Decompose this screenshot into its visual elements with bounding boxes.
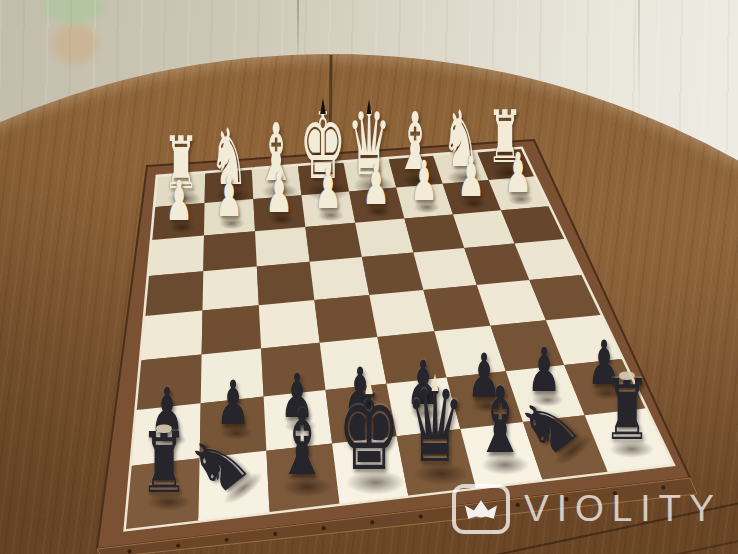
square-g8 — [198, 451, 269, 521]
frame-hole — [225, 538, 229, 542]
square-e7 — [326, 384, 397, 444]
square-e5 — [314, 295, 377, 343]
square-d5 — [369, 290, 434, 337]
crown-icon — [452, 484, 510, 534]
square-h8 — [126, 458, 200, 529]
square-e2 — [302, 191, 356, 227]
watermark-text: VIOLITY — [524, 488, 722, 530]
frame-hole — [419, 514, 423, 518]
square-e3 — [305, 223, 362, 262]
square-d1 — [344, 159, 397, 191]
square-h2 — [152, 203, 204, 240]
square-e4 — [310, 257, 370, 300]
square-c1 — [389, 156, 443, 188]
chessboard — [0, 0, 738, 554]
square-h1 — [155, 173, 205, 207]
square-f5 — [259, 300, 320, 348]
square-e6 — [320, 337, 387, 390]
frame-hole — [322, 526, 326, 530]
frame-hole — [128, 549, 132, 553]
square-f6 — [261, 343, 325, 397]
square-d6 — [377, 331, 446, 383]
square-e1 — [298, 163, 349, 196]
square-f8 — [266, 443, 339, 512]
square-h6 — [137, 354, 202, 410]
square-e8 — [332, 436, 408, 503]
square-d3 — [355, 219, 413, 258]
square-g3 — [203, 231, 256, 271]
square-g6 — [201, 349, 264, 404]
frame-hole — [176, 544, 180, 548]
square-f1 — [252, 166, 302, 199]
square-d4 — [362, 253, 424, 296]
frame-hole — [370, 520, 374, 524]
watermark: VIOLITY — [452, 484, 722, 534]
square-g7 — [200, 397, 267, 459]
square-g4 — [203, 266, 259, 310]
square-h4 — [145, 271, 203, 316]
square-g5 — [202, 305, 262, 354]
frame-hole — [273, 532, 277, 536]
square-f3 — [255, 227, 310, 267]
square-g2 — [204, 199, 255, 235]
scene: ♜♞♝♛♚♝♞♜♟♟♟♟♟♟♟♟♟♟♟♟♟♟♟♟♜♞♝♛♚♝♞♜ VIOLITY — [0, 0, 738, 554]
square-d2 — [349, 188, 404, 223]
square-h3 — [149, 236, 204, 277]
square-g1 — [205, 170, 254, 203]
square-f2 — [253, 195, 305, 231]
square-h5 — [141, 311, 202, 361]
square-h7 — [132, 403, 201, 466]
square-f4 — [257, 262, 315, 306]
square-f7 — [264, 390, 333, 451]
